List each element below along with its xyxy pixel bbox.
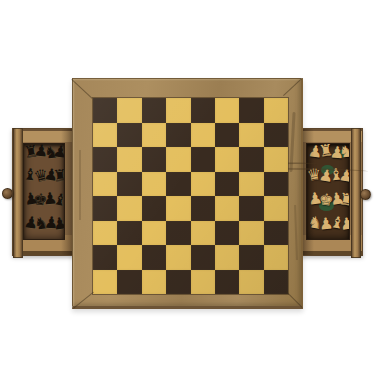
board-square[interactable] xyxy=(93,147,117,172)
board-square[interactable] xyxy=(239,147,263,172)
board-square[interactable] xyxy=(142,196,166,221)
right-drawer-piece[interactable]: ♟ xyxy=(339,215,350,233)
board-square[interactable] xyxy=(191,98,215,123)
board-square[interactable] xyxy=(239,221,263,246)
board-square[interactable] xyxy=(142,123,166,148)
board-square[interactable] xyxy=(191,123,215,148)
board-square[interactable] xyxy=(93,123,117,148)
board-square[interactable] xyxy=(191,196,215,221)
board-square[interactable] xyxy=(142,147,166,172)
right-drawer[interactable]: ♟♜♟♞♛♟♝♟♟♚♟♜♞♟♝♟ xyxy=(299,128,363,256)
board-square[interactable] xyxy=(239,270,263,295)
board-square[interactable] xyxy=(117,245,141,270)
board-square[interactable] xyxy=(166,172,190,197)
left-drawer[interactable]: ♜♟♞♟♝♛♟♜♟♚♟♝♟♞♟♟ xyxy=(12,128,76,256)
board-square[interactable] xyxy=(117,270,141,295)
board-square[interactable] xyxy=(191,270,215,295)
board-square[interactable] xyxy=(166,245,190,270)
board-square[interactable] xyxy=(166,196,190,221)
board-square[interactable] xyxy=(215,172,239,197)
board-square[interactable] xyxy=(93,196,117,221)
board-square[interactable] xyxy=(117,147,141,172)
board-square[interactable] xyxy=(264,245,288,270)
board-square[interactable] xyxy=(117,196,141,221)
board-square[interactable] xyxy=(215,147,239,172)
board-square[interactable] xyxy=(142,172,166,197)
board-square[interactable] xyxy=(166,221,190,246)
board-square[interactable] xyxy=(239,172,263,197)
board-square[interactable] xyxy=(215,245,239,270)
board-square[interactable] xyxy=(264,123,288,148)
board-square[interactable] xyxy=(93,221,117,246)
left-drawer-piece[interactable]: ♝ xyxy=(51,191,65,210)
board-square[interactable] xyxy=(264,221,288,246)
board-square[interactable] xyxy=(166,147,190,172)
board-square[interactable] xyxy=(215,221,239,246)
board-square[interactable] xyxy=(264,172,288,197)
board-square[interactable] xyxy=(117,123,141,148)
board-square[interactable] xyxy=(166,98,190,123)
left-drawer-piece[interactable]: ♟ xyxy=(52,215,65,233)
board-square[interactable] xyxy=(166,270,190,295)
board-square[interactable] xyxy=(117,221,141,246)
board-square[interactable] xyxy=(191,172,215,197)
right-drawer-piece[interactable]: ♞ xyxy=(338,143,350,160)
board-square[interactable] xyxy=(239,98,263,123)
board-square[interactable] xyxy=(191,245,215,270)
board-square[interactable] xyxy=(239,123,263,148)
left-drawer-piece[interactable]: ♜ xyxy=(52,167,65,184)
board-square[interactable] xyxy=(142,98,166,123)
board-square[interactable] xyxy=(93,98,117,123)
board-grid xyxy=(93,98,288,294)
left-drawer-front xyxy=(13,128,23,258)
board-square[interactable] xyxy=(264,147,288,172)
board-square[interactable] xyxy=(215,123,239,148)
board-square[interactable] xyxy=(93,245,117,270)
board-square[interactable] xyxy=(142,270,166,295)
board-square[interactable] xyxy=(215,98,239,123)
board-square[interactable] xyxy=(191,147,215,172)
board-square[interactable] xyxy=(117,172,141,197)
board-square[interactable] xyxy=(93,270,117,295)
board-square[interactable] xyxy=(264,270,288,295)
right-drawer-interior: ♟♜♟♞♛♟♝♟♟♚♟♜♞♟♝♟ xyxy=(306,143,350,240)
chess-board xyxy=(72,78,303,309)
board-square[interactable] xyxy=(239,245,263,270)
board-square[interactable] xyxy=(93,172,117,197)
right-drawer-piece[interactable]: ♜ xyxy=(338,191,350,209)
left-drawer-interior: ♜♟♞♟♝♛♟♜♟♚♟♝♟♞♟♟ xyxy=(23,143,65,240)
board-square[interactable] xyxy=(117,98,141,123)
board-square[interactable] xyxy=(264,98,288,123)
left-drawer-piece[interactable]: ♟ xyxy=(52,143,65,161)
board-square[interactable] xyxy=(215,196,239,221)
chess-set-photo: ♜♟♞♟♝♛♟♜♟♚♟♝♟♞♟♟ ♟♜♟♞♛♟♝♟♟♚♟♜♞♟♝♟ xyxy=(0,0,375,375)
board-square[interactable] xyxy=(239,196,263,221)
left-drawer-knob[interactable] xyxy=(2,188,13,199)
board-square[interactable] xyxy=(264,196,288,221)
board-square[interactable] xyxy=(142,221,166,246)
right-drawer-knob[interactable] xyxy=(360,189,371,200)
board-square[interactable] xyxy=(191,221,215,246)
right-drawer-piece[interactable]: ♟ xyxy=(338,167,350,185)
board-square[interactable] xyxy=(215,270,239,295)
board-square[interactable] xyxy=(166,123,190,148)
board-square[interactable] xyxy=(142,245,166,270)
